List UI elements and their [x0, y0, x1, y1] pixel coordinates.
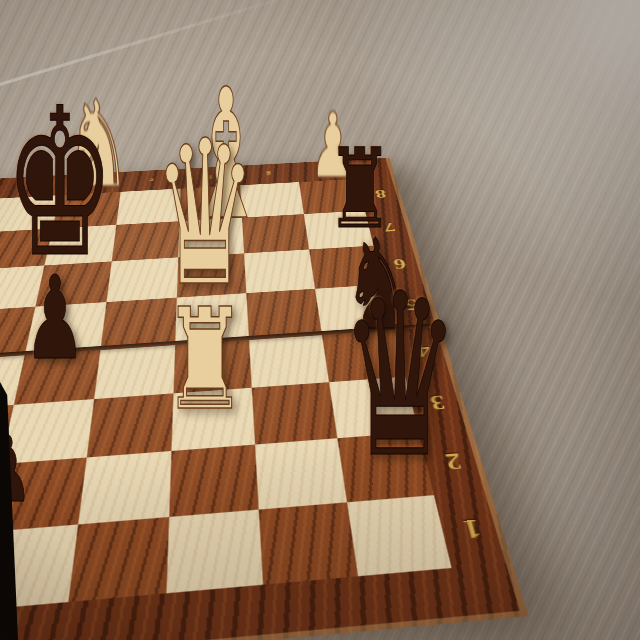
square-h1[interactable] [347, 495, 452, 576]
rank-label-1: 1 [460, 512, 485, 545]
piece-black-queen-h2[interactable]: ♛ [339, 273, 460, 480]
piece-black-pawn-b4[interactable]: ♟ [24, 266, 86, 372]
file-label-g: g [266, 171, 272, 177]
square-g5[interactable] [246, 289, 321, 338]
piece-black-king-a6[interactable]: ♚ [5, 89, 115, 278]
square-f2[interactable] [169, 445, 259, 517]
square-e3[interactable] [87, 393, 174, 457]
square-e1[interactable] [68, 517, 169, 602]
square-g2[interactable] [255, 438, 347, 509]
square-f1[interactable] [167, 510, 264, 594]
square-g1[interactable] [259, 502, 358, 584]
photo-scene: 87654321 abcdefgh ♟♞♜♝♚♛♞♟♜♛♟ [0, 0, 640, 640]
square-g4[interactable] [249, 333, 329, 388]
piece-white-rook-f3[interactable]: ♜ [162, 296, 247, 425]
square-g3[interactable] [252, 382, 338, 444]
square-e2[interactable] [78, 451, 171, 524]
